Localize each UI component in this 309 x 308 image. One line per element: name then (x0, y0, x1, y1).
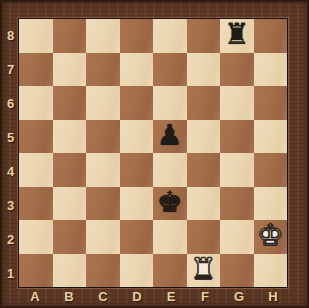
square-d5[interactable] (120, 120, 154, 154)
file-label-c: C (86, 290, 120, 308)
square-f3[interactable] (187, 187, 221, 221)
file-label-d: D (120, 290, 154, 308)
square-e5[interactable]: ♟ (153, 120, 187, 154)
square-b3[interactable] (53, 187, 87, 221)
square-h2[interactable]: ♚ (254, 220, 288, 254)
square-g2[interactable] (220, 220, 254, 254)
square-d1[interactable] (120, 254, 154, 288)
square-d4[interactable] (120, 153, 154, 187)
square-e6[interactable] (153, 86, 187, 120)
file-label-h: H (256, 290, 290, 308)
square-g1[interactable] (220, 254, 254, 288)
square-h4[interactable] (254, 153, 288, 187)
file-label-e: E (154, 290, 188, 308)
square-b6[interactable] (53, 86, 87, 120)
rank-label-4: 4 (0, 154, 18, 188)
piece-white-rook[interactable]: ♜ (190, 255, 216, 284)
file-label-g: G (222, 290, 256, 308)
square-b2[interactable] (53, 220, 87, 254)
rank-label-8: 8 (0, 18, 18, 52)
square-f1[interactable]: ♜ (187, 254, 221, 288)
square-g3[interactable] (220, 187, 254, 221)
board: ♜♟♚♚♜ (18, 18, 288, 288)
square-d8[interactable] (120, 19, 154, 53)
square-b8[interactable] (53, 19, 87, 53)
square-g8[interactable]: ♜ (220, 19, 254, 53)
rank-label-3: 3 (0, 188, 18, 222)
square-b1[interactable] (53, 254, 87, 288)
square-c7[interactable] (86, 53, 120, 87)
square-a6[interactable] (19, 86, 53, 120)
square-b7[interactable] (53, 53, 87, 87)
rank-label-7: 7 (0, 52, 18, 86)
square-c3[interactable] (86, 187, 120, 221)
piece-black-rook[interactable]: ♜ (224, 20, 250, 49)
chess-diagram: 87654321 ♜♟♚♚♜ ABCDEFGH (0, 0, 309, 308)
file-label-f: F (188, 290, 222, 308)
square-g6[interactable] (220, 86, 254, 120)
square-h7[interactable] (254, 53, 288, 87)
square-g5[interactable] (220, 120, 254, 154)
square-h5[interactable] (254, 120, 288, 154)
square-e7[interactable] (153, 53, 187, 87)
square-f4[interactable] (187, 153, 221, 187)
square-c6[interactable] (86, 86, 120, 120)
square-d7[interactable] (120, 53, 154, 87)
square-f8[interactable] (187, 19, 221, 53)
square-d2[interactable] (120, 220, 154, 254)
file-label-a: A (18, 290, 52, 308)
square-a8[interactable] (19, 19, 53, 53)
square-f6[interactable] (187, 86, 221, 120)
square-c5[interactable] (86, 120, 120, 154)
rank-label-1: 1 (0, 256, 18, 290)
rank-labels: 87654321 (0, 18, 18, 290)
square-d6[interactable] (120, 86, 154, 120)
square-e3[interactable]: ♚ (153, 187, 187, 221)
rank-label-6: 6 (0, 86, 18, 120)
square-a3[interactable] (19, 187, 53, 221)
square-b5[interactable] (53, 120, 87, 154)
file-label-b: B (52, 290, 86, 308)
square-a4[interactable] (19, 153, 53, 187)
square-h3[interactable] (254, 187, 288, 221)
square-b4[interactable] (53, 153, 87, 187)
square-a5[interactable] (19, 120, 53, 154)
square-a1[interactable] (19, 254, 53, 288)
file-labels: ABCDEFGH (18, 290, 290, 308)
square-a2[interactable] (19, 220, 53, 254)
square-f5[interactable] (187, 120, 221, 154)
square-h6[interactable] (254, 86, 288, 120)
square-f7[interactable] (187, 53, 221, 87)
square-e8[interactable] (153, 19, 187, 53)
square-c8[interactable] (86, 19, 120, 53)
square-c1[interactable] (86, 254, 120, 288)
square-d3[interactable] (120, 187, 154, 221)
square-h1[interactable] (254, 254, 288, 288)
square-f2[interactable] (187, 220, 221, 254)
piece-black-pawn[interactable]: ♟ (157, 121, 183, 150)
square-g4[interactable] (220, 153, 254, 187)
square-g7[interactable] (220, 53, 254, 87)
piece-black-king[interactable]: ♚ (157, 188, 183, 217)
square-e1[interactable] (153, 254, 187, 288)
piece-white-king[interactable]: ♚ (257, 221, 283, 250)
rank-label-2: 2 (0, 222, 18, 256)
square-a7[interactable] (19, 53, 53, 87)
rank-label-5: 5 (0, 120, 18, 154)
square-c2[interactable] (86, 220, 120, 254)
square-e4[interactable] (153, 153, 187, 187)
square-c4[interactable] (86, 153, 120, 187)
square-e2[interactable] (153, 220, 187, 254)
square-h8[interactable] (254, 19, 288, 53)
